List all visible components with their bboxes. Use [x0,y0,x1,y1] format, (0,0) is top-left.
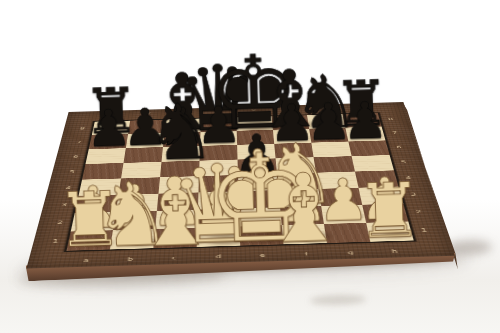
file-label-top-c: c [166,110,201,114]
square-a7 [89,134,128,149]
square-g1 [324,223,370,243]
rank-label-left-2: 2 [50,213,69,232]
square-c2 [155,210,198,229]
file-label-g: g [328,250,373,255]
square-f7 [273,129,311,144]
square-f2 [280,206,324,225]
file-label-top-b: b [131,111,166,115]
square-d2 [197,208,239,227]
square-h2 [362,204,408,223]
square-f4 [277,173,319,190]
square-c5 [160,161,199,178]
square-g3 [318,188,362,206]
square-c4 [158,176,199,193]
square-g7 [309,128,348,143]
square-f3 [278,189,321,207]
square-d1 [197,226,240,246]
square-f6 [274,143,313,159]
file-label-b: b [108,257,153,262]
square-d7 [200,131,237,146]
square-g8 [307,114,345,128]
chess-board: abcdefgh abcdefgh 87654321 87654321 [26,102,454,269]
rank-label-left-3: 3 [55,196,74,214]
file-label-top-a: a [96,112,131,116]
square-b1 [110,229,155,249]
square-h1 [366,221,414,241]
file-label-e: e [240,253,284,258]
square-g2 [321,205,366,224]
square-e2 [239,207,282,226]
square-a3 [75,195,119,213]
square-e1 [240,225,284,245]
square-a5 [82,163,123,180]
square-h8 [342,113,381,127]
square-c7 [163,132,201,147]
square-d8 [200,117,236,131]
square-a1 [66,230,112,251]
square-d3 [198,191,239,209]
square-h4 [355,170,399,187]
square-b2 [113,211,157,230]
square-b6 [123,147,162,163]
rank-label-right-4: 4 [399,170,418,187]
file-label-top-e: e [236,108,271,112]
square-a4 [78,178,121,196]
square-e3 [238,190,280,208]
square-h5 [352,155,394,172]
square-c6 [162,146,200,162]
board-perspective-wrapper: abcdefgh abcdefgh 87654321 87654321 ♜♝♛♚… [0,0,500,333]
square-e6 [237,144,275,160]
square-b5 [121,162,161,179]
rank-label-left-8: 8 [74,122,90,136]
square-g4 [316,172,359,189]
square-d5 [199,160,238,177]
square-d6 [200,145,238,161]
square-b3 [116,194,159,212]
rank-label-left-1: 1 [45,232,65,252]
rank-label-left-6: 6 [67,149,84,164]
square-g6 [311,142,351,158]
square-b4 [118,177,160,195]
rank-label-right-6: 6 [390,140,408,155]
rank-label-right-1: 1 [414,221,435,240]
rank-label-right-5: 5 [394,154,412,170]
rank-label-left-4: 4 [59,180,77,197]
file-label-top-g: g [306,106,341,110]
square-a8 [92,121,130,136]
file-label-f: f [284,252,329,257]
square-e4 [238,174,278,191]
file-label-top-f: f [271,107,306,111]
square-b8 [128,120,165,134]
square-f5 [276,157,316,174]
rank-label-right-8: 8 [382,113,399,127]
square-h6 [348,140,389,156]
rank-label-left-5: 5 [63,164,81,180]
square-d4 [198,175,238,192]
file-label-h: h [372,249,417,254]
square-e7 [237,130,275,145]
photo-stage: abcdefgh abcdefgh 87654321 87654321 ♜♝♛♚… [0,0,500,333]
square-c3 [157,192,199,210]
rank-label-right-3: 3 [404,186,424,203]
square-b7 [126,133,164,148]
file-label-top-d: d [201,109,236,113]
rank-label-right-2: 2 [409,203,429,221]
square-e8 [236,116,273,130]
file-label-top-h: h [341,105,377,109]
file-label-a: a [64,258,109,263]
file-label-c: c [152,256,196,261]
square-h3 [358,187,403,205]
rank-label-right-7: 7 [386,126,403,140]
square-f8 [272,115,309,129]
rank-label-left-7: 7 [71,135,88,150]
square-h7 [345,127,385,142]
square-e5 [238,158,277,175]
square-c1 [153,228,197,248]
square-a6 [85,148,125,164]
square-f1 [282,224,327,244]
square-g5 [314,156,355,173]
file-label-d: d [196,254,240,259]
square-c8 [164,118,201,132]
square-a2 [71,212,116,231]
board-squares [64,113,416,252]
